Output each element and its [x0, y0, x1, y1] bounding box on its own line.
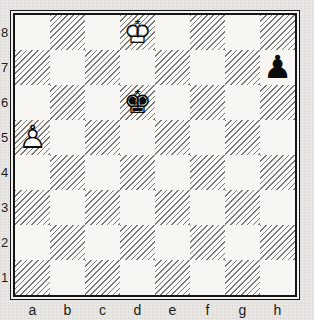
file-label-a: a — [15, 301, 50, 319]
square-a4 — [15, 155, 50, 190]
black-pawn-glyph: ♟ — [260, 50, 295, 85]
square-d6: ♚ — [120, 85, 155, 120]
file-label-e: e — [155, 301, 190, 319]
file-label-g: g — [225, 301, 260, 319]
chessboard-frame: ♚♔♟♚♟♙ — [10, 10, 300, 300]
square-b7 — [50, 50, 85, 85]
square-b1 — [50, 260, 85, 295]
square-h4 — [260, 155, 295, 190]
square-d8: ♚♔ — [120, 15, 155, 50]
square-d4 — [120, 155, 155, 190]
white-king: ♚♔ — [120, 15, 155, 50]
black-king: ♚ — [120, 85, 155, 120]
square-g1 — [225, 260, 260, 295]
square-g5 — [225, 120, 260, 155]
square-b4 — [50, 155, 85, 190]
square-d2 — [120, 225, 155, 260]
rank-label-8: 8 — [0, 15, 9, 50]
square-h7: ♟ — [260, 50, 295, 85]
square-d5 — [120, 120, 155, 155]
square-f8 — [190, 15, 225, 50]
square-b5 — [50, 120, 85, 155]
rank-label-3: 3 — [0, 190, 9, 225]
square-a8 — [15, 15, 50, 50]
white-pawn-glyph: ♙ — [15, 120, 50, 155]
square-g7 — [225, 50, 260, 85]
square-e4 — [155, 155, 190, 190]
square-f3 — [190, 190, 225, 225]
file-label-f: f — [190, 301, 225, 319]
rank-label-6: 6 — [0, 85, 9, 120]
square-g4 — [225, 155, 260, 190]
file-label-b: b — [50, 301, 85, 319]
square-e1 — [155, 260, 190, 295]
square-d7 — [120, 50, 155, 85]
square-h8 — [260, 15, 295, 50]
square-e8 — [155, 15, 190, 50]
chess-diagram-page: 87654321 ♚♔♟♚♟♙ abcdefgh — [0, 0, 314, 320]
square-g2 — [225, 225, 260, 260]
rank-label-2: 2 — [0, 225, 9, 260]
square-a5: ♟♙ — [15, 120, 50, 155]
black-pawn: ♟ — [260, 50, 295, 85]
square-c5 — [85, 120, 120, 155]
square-h3 — [260, 190, 295, 225]
square-f5 — [190, 120, 225, 155]
square-a3 — [15, 190, 50, 225]
square-f6 — [190, 85, 225, 120]
square-c8 — [85, 15, 120, 50]
square-h5 — [260, 120, 295, 155]
square-c1 — [85, 260, 120, 295]
square-d3 — [120, 190, 155, 225]
square-b8 — [50, 15, 85, 50]
white-king-glyph: ♔ — [120, 15, 155, 50]
square-h2 — [260, 225, 295, 260]
square-a6 — [15, 85, 50, 120]
square-b3 — [50, 190, 85, 225]
square-a7 — [15, 50, 50, 85]
square-f4 — [190, 155, 225, 190]
square-f2 — [190, 225, 225, 260]
square-h1 — [260, 260, 295, 295]
square-g3 — [225, 190, 260, 225]
square-c2 — [85, 225, 120, 260]
square-b2 — [50, 225, 85, 260]
square-c3 — [85, 190, 120, 225]
rank-label-4: 4 — [0, 155, 9, 190]
square-f7 — [190, 50, 225, 85]
square-e2 — [155, 225, 190, 260]
file-label-h: h — [260, 301, 295, 319]
square-e3 — [155, 190, 190, 225]
black-king-glyph: ♚ — [120, 85, 155, 120]
square-h6 — [260, 85, 295, 120]
file-label-d: d — [120, 301, 155, 319]
rank-label-5: 5 — [0, 120, 9, 155]
square-c6 — [85, 85, 120, 120]
rank-label-7: 7 — [0, 50, 9, 85]
square-b6 — [50, 85, 85, 120]
square-e7 — [155, 50, 190, 85]
white-pawn: ♟♙ — [15, 120, 50, 155]
rank-label-1: 1 — [0, 260, 9, 295]
square-c4 — [85, 155, 120, 190]
chessboard: ♚♔♟♚♟♙ — [13, 13, 297, 297]
square-e6 — [155, 85, 190, 120]
square-e5 — [155, 120, 190, 155]
square-f1 — [190, 260, 225, 295]
square-g8 — [225, 15, 260, 50]
file-label-c: c — [85, 301, 120, 319]
square-a2 — [15, 225, 50, 260]
square-a1 — [15, 260, 50, 295]
square-g6 — [225, 85, 260, 120]
square-d1 — [120, 260, 155, 295]
square-c7 — [85, 50, 120, 85]
